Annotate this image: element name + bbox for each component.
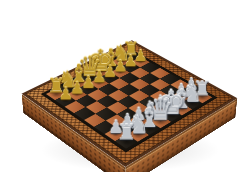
silver-rook-glyph: ♜ xyxy=(117,122,137,144)
gold-pawn-glyph: ♟ xyxy=(58,86,73,103)
board-top: ♜♞♝♛♚♝♞♜♟♟♟♟♟♟♟♟♟♟♟♟♟♟♟♟♜♞♝♛♚♝♞♜ xyxy=(22,40,238,167)
scene: ♜♞♝♛♚♝♞♜♟♟♟♟♟♟♟♟♟♟♟♟♟♟♟♟♜♞♝♛♚♝♞♜ xyxy=(0,0,250,172)
chess-box: ♜♞♝♛♚♝♞♜♟♟♟♟♟♟♟♟♟♟♟♟♟♟♟♟♜♞♝♛♚♝♞♜ xyxy=(22,40,238,167)
chess-set-photo: ♜♞♝♛♚♝♞♜♟♟♟♟♟♟♟♟♟♟♟♟♟♟♟♟♜♞♝♛♚♝♞♜ xyxy=(0,0,250,172)
